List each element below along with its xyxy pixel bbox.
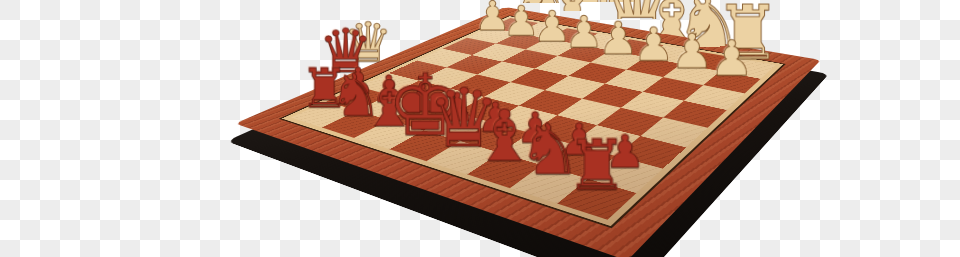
chess-board: ♜♞♝♚♛♝♞♜♟♟♟♟♟♟♟♟♟♟♟♟♟♟♟♟♜♞♝♚♛♝♞♜ ♛♛ (235, 7, 821, 257)
piece-bP-b7: ♟ (670, 28, 713, 76)
board-scene: ♜♞♝♚♛♝♞♜♟♟♟♟♟♟♟♟♟♟♟♟♟♟♟♟♜♞♝♚♛♝♞♜ ♛♛ (0, 0, 960, 257)
square-a7: ♟ (703, 71, 761, 94)
piece-bP-c7: ♟ (633, 22, 674, 68)
square-a1: ♜ (557, 178, 637, 219)
piece-wR-a1: ♜ (566, 131, 628, 200)
piece-bP-a7: ♟ (710, 34, 754, 83)
screenshot-stage: ♜♞♝♚♛♝♞♜♟♟♟♟♟♟♟♟♟♟♟♟♟♟♟♟♜♞♝♚♛♝♞♜ ♛♛ (0, 0, 960, 257)
square-b5 (621, 92, 684, 118)
